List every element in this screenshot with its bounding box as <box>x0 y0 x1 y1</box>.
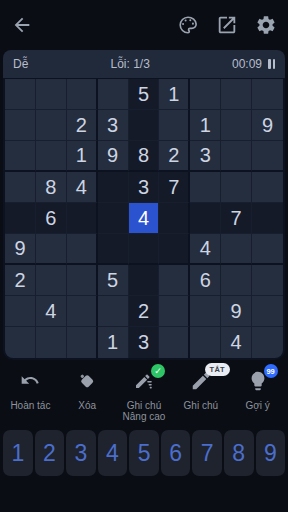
cell-r4c8[interactable] <box>221 172 252 203</box>
errors-label: Lỗi: 1/3 <box>110 57 149 71</box>
number-pad: 1 2 3 4 5 6 7 8 9 <box>3 430 285 476</box>
undo-button[interactable]: Hoàn tác <box>2 372 59 422</box>
cell-r4c2[interactable]: 8 <box>36 172 67 203</box>
numkey-6[interactable]: 6 <box>161 430 191 476</box>
hint-label: Gợi ý <box>245 400 269 411</box>
cell-r3c1[interactable] <box>5 141 36 172</box>
numkey-1[interactable]: 1 <box>3 430 33 476</box>
toolbar: Hoàn tác Xóa ✓ Ghi chú Nâng cao TẮT Ghi … <box>2 372 286 422</box>
cell-r2c7[interactable]: 1 <box>190 110 221 141</box>
cell-r2c2[interactable] <box>36 110 67 141</box>
cell-r4c9[interactable] <box>252 172 283 203</box>
numkey-5[interactable]: 5 <box>129 430 159 476</box>
advanced-notes-label: Ghi chú Nâng cao <box>116 400 173 422</box>
cell-r6c6[interactable] <box>159 234 190 265</box>
cell-r5c3[interactable] <box>67 203 98 234</box>
cell-r2c6[interactable] <box>159 110 190 141</box>
advanced-notes-on-badge: ✓ <box>151 364 165 378</box>
cell-r7c5[interactable] <box>129 265 160 296</box>
hint-button[interactable]: 99 Gợi ý <box>229 372 286 422</box>
cell-r3c7[interactable]: 3 <box>190 141 221 172</box>
cell-r4c4[interactable] <box>98 172 129 203</box>
notes-button[interactable]: TẮT Ghi chú <box>172 372 229 422</box>
cell-r7c2[interactable] <box>36 265 67 296</box>
cell-r5c8[interactable]: 7 <box>221 203 252 234</box>
cell-r1c5[interactable]: 5 <box>129 79 160 110</box>
pause-icon[interactable] <box>268 59 275 69</box>
cell-r9c1[interactable] <box>5 327 36 358</box>
cell-r3c9[interactable] <box>252 141 283 172</box>
cell-r5c9[interactable] <box>252 203 283 234</box>
timer-label: 00:09 <box>232 57 262 71</box>
cell-r8c7[interactable] <box>190 296 221 327</box>
cell-r7c3[interactable] <box>67 265 98 296</box>
numkey-3[interactable]: 3 <box>66 430 96 476</box>
cell-r9c5[interactable]: 3 <box>129 327 160 358</box>
cell-r4c6[interactable]: 7 <box>159 172 190 203</box>
advanced-notes-button[interactable]: ✓ Ghi chú Nâng cao <box>116 372 173 422</box>
notes-label: Ghi chú <box>184 400 218 411</box>
cell-r2c3[interactable]: 2 <box>67 110 98 141</box>
erase-button[interactable]: Xóa <box>59 372 116 422</box>
cell-r9c6[interactable] <box>159 327 190 358</box>
settings-gear-icon[interactable] <box>254 13 278 37</box>
numkey-8[interactable]: 8 <box>224 430 254 476</box>
cell-r9c9[interactable] <box>252 327 283 358</box>
cell-r6c2[interactable] <box>36 234 67 265</box>
cell-r2c5[interactable] <box>129 110 160 141</box>
cell-r6c8[interactable] <box>221 234 252 265</box>
cell-r5c2[interactable]: 6 <box>36 203 67 234</box>
cell-r2c9[interactable]: 9 <box>252 110 283 141</box>
cell-r5c5[interactable]: 4 <box>129 203 160 234</box>
cell-r6c3[interactable] <box>67 234 98 265</box>
cell-r8c2[interactable]: 4 <box>36 296 67 327</box>
back-icon[interactable] <box>10 13 34 37</box>
erase-label: Xóa <box>78 400 96 411</box>
app-bar <box>0 0 288 50</box>
cell-r7c7[interactable]: 6 <box>190 265 221 296</box>
cell-r4c1[interactable] <box>5 172 36 203</box>
cell-r4c3[interactable]: 4 <box>67 172 98 203</box>
numkey-7[interactable]: 7 <box>192 430 222 476</box>
undo-label: Hoàn tác <box>10 400 50 411</box>
sudoku-grid: 51231919823843764794256429134 <box>3 78 285 360</box>
cell-r6c1[interactable]: 9 <box>5 234 36 265</box>
cell-r7c6[interactable] <box>159 265 190 296</box>
cell-r4c5[interactable]: 3 <box>129 172 160 203</box>
cell-r8c5[interactable]: 2 <box>129 296 160 327</box>
cell-r1c3[interactable] <box>67 79 98 110</box>
cell-r1c1[interactable] <box>5 79 36 110</box>
cell-r5c4[interactable] <box>98 203 129 234</box>
cell-r1c6[interactable]: 1 <box>159 79 190 110</box>
cell-r3c4[interactable]: 9 <box>98 141 129 172</box>
cell-r7c8[interactable] <box>221 265 252 296</box>
cell-r4c7[interactable] <box>190 172 221 203</box>
cell-r8c3[interactable] <box>67 296 98 327</box>
undo-icon <box>19 372 41 396</box>
cell-r7c9[interactable] <box>252 265 283 296</box>
cell-r1c4[interactable] <box>98 79 129 110</box>
cell-r2c1[interactable] <box>5 110 36 141</box>
cell-r3c8[interactable] <box>221 141 252 172</box>
cell-r7c4[interactable]: 5 <box>98 265 129 296</box>
share-icon[interactable] <box>215 13 239 37</box>
hint-count-badge: 99 <box>264 364 278 378</box>
numkey-4[interactable]: 4 <box>98 430 128 476</box>
cell-r8c9[interactable] <box>252 296 283 327</box>
cell-r5c6[interactable] <box>159 203 190 234</box>
cell-r8c8[interactable]: 9 <box>221 296 252 327</box>
cell-r3c3[interactable]: 1 <box>67 141 98 172</box>
cell-r6c5[interactable] <box>129 234 160 265</box>
cell-r3c6[interactable]: 2 <box>159 141 190 172</box>
status-bar: Dễ Lỗi: 1/3 00:09 <box>3 50 285 78</box>
cell-r6c9[interactable] <box>252 234 283 265</box>
cell-r3c5[interactable]: 8 <box>129 141 160 172</box>
cell-r8c4[interactable] <box>98 296 129 327</box>
cell-r1c2[interactable] <box>36 79 67 110</box>
cell-r5c7[interactable] <box>190 203 221 234</box>
cell-r7c1[interactable]: 2 <box>5 265 36 296</box>
cell-r9c4[interactable]: 1 <box>98 327 129 358</box>
cell-r6c7[interactable]: 4 <box>190 234 221 265</box>
cell-r2c8[interactable] <box>221 110 252 141</box>
cell-r5c1[interactable] <box>5 203 36 234</box>
cell-r8c6[interactable] <box>159 296 190 327</box>
cell-r9c2[interactable] <box>36 327 67 358</box>
numkey-2[interactable]: 2 <box>35 430 65 476</box>
cell-r1c7[interactable] <box>190 79 221 110</box>
sudoku-panel: Dễ Lỗi: 1/3 00:09 5123191982384376479425… <box>3 50 285 360</box>
cell-r9c3[interactable] <box>67 327 98 358</box>
cell-r8c1[interactable] <box>5 296 36 327</box>
cell-r3c2[interactable] <box>36 141 67 172</box>
difficulty-label: Dễ <box>13 57 28 71</box>
cell-r6c4[interactable] <box>98 234 129 265</box>
cell-r9c8[interactable]: 4 <box>221 327 252 358</box>
cell-r1c9[interactable] <box>252 79 283 110</box>
notes-off-badge: TẮT <box>205 363 230 376</box>
palette-icon[interactable] <box>176 13 200 37</box>
cell-r1c8[interactable] <box>221 79 252 110</box>
numkey-9[interactable]: 9 <box>256 430 286 476</box>
eraser-icon <box>76 370 98 396</box>
cell-r9c7[interactable] <box>190 327 221 358</box>
cell-r2c4[interactable]: 3 <box>98 110 129 141</box>
